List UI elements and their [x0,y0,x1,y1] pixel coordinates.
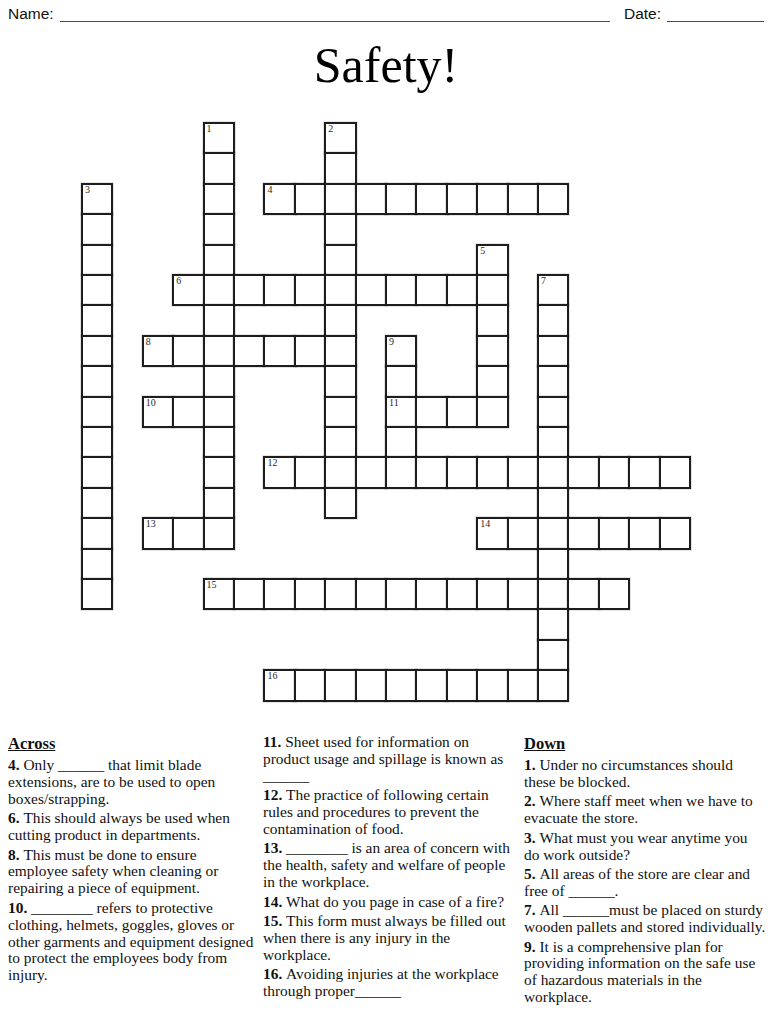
grid-cell[interactable] [203,487,235,519]
clue-number: 11 [389,397,399,408]
grid-cell[interactable] [537,578,569,610]
grid-cell[interactable] [476,669,508,701]
grid-cell[interactable] [537,183,569,215]
grid-cell[interactable] [203,426,235,458]
grid-cell[interactable] [476,335,508,367]
clue-across-15: 15. This form must always be filled out … [263,913,515,964]
clues-section: Across 4. Only ______ that limit blade e… [8,734,766,1009]
grid-cell[interactable] [385,669,417,701]
grid-cell[interactable] [415,578,447,610]
grid-cell[interactable] [415,456,447,488]
grid-cell[interactable] [203,213,235,245]
grid-cell[interactable] [537,456,569,488]
grid-cell[interactable] [537,335,569,367]
grid-cell[interactable] [537,548,569,580]
clue-number: 6 [176,275,181,286]
grid-cell[interactable] [628,517,660,549]
clue-number: 2 [328,123,333,134]
clue-number: 15 [207,579,217,590]
grid-cell[interactable] [537,304,569,336]
grid-cell[interactable]: 5 [476,244,508,276]
down-clues-column: Down 1. Under no circumstances should th… [524,734,766,1009]
grid-cell[interactable] [476,365,508,397]
across-clues-column-1: Across 4. Only ______ that limit blade e… [8,734,254,1009]
grid-cell[interactable] [81,517,113,549]
grid-cell[interactable] [659,517,691,549]
clue-across-16: 16. Avoiding injuries at the workplace t… [263,966,515,1000]
grid-cell[interactable] [324,244,356,276]
clue-across-10: 10. ________ refers to protective clothi… [8,900,254,985]
grid-cell[interactable] [507,183,539,215]
clue-number: 4 [267,184,272,195]
clue-across-4: 4. Only ______ that limit blade extensio… [8,757,254,808]
grid-cell[interactable] [81,335,113,367]
grid-cell[interactable]: 1 [203,122,235,154]
across-clues-column-2: 11. Sheet used for information on produc… [263,734,515,1009]
grid-cell[interactable] [355,183,387,215]
grid-cell[interactable] [385,578,417,610]
grid-cell[interactable]: 6 [172,274,204,306]
grid-cell[interactable] [476,396,508,428]
grid-cell[interactable] [81,244,113,276]
clue-number: 1 [207,123,212,134]
grid-cell[interactable] [81,578,113,610]
grid-cell[interactable] [476,456,508,488]
clue-number: 8 [146,336,151,347]
grid-cell[interactable] [507,669,539,701]
grid-cell[interactable] [324,213,356,245]
clue-number: 13 [146,518,156,529]
grid-cell[interactable]: 16 [263,669,295,701]
grid-cell[interactable] [415,669,447,701]
crossword-grid: 12345678910111213141516 [0,0,772,772]
grid-cell[interactable] [659,456,691,488]
grid-cell[interactable] [567,456,599,488]
grid-cell[interactable] [355,669,387,701]
grid-cell[interactable] [294,578,326,610]
grid-cell[interactable] [598,578,630,610]
grid-cell[interactable] [81,213,113,245]
grid-cell[interactable] [324,396,356,428]
grid-cell[interactable] [233,335,265,367]
clue-across-14: 14. What do you page in case of a fire? [263,894,515,911]
grid-cell[interactable] [203,244,235,276]
grid-cell[interactable] [233,274,265,306]
grid-cell[interactable] [446,183,478,215]
grid-cell[interactable] [385,365,417,397]
grid-cell[interactable] [446,396,478,428]
grid-cell[interactable] [324,365,356,397]
grid-cell[interactable] [172,335,204,367]
grid-cell[interactable]: 12 [263,456,295,488]
clue-down-3: 3. What must you wear anytime you do wor… [524,830,766,864]
grid-cell[interactable] [294,335,326,367]
grid-cell[interactable] [507,578,539,610]
grid-cell[interactable]: 15 [203,578,235,610]
clue-across-6: 6. This should always be used when cutti… [8,810,254,844]
clue-number: 7 [541,275,546,286]
grid-cell[interactable] [324,335,356,367]
grid-cell[interactable] [324,456,356,488]
grid-cell[interactable] [263,274,295,306]
grid-cell[interactable] [203,396,235,428]
grid-cell[interactable] [446,456,478,488]
grid-cell[interactable] [628,456,660,488]
grid-cell[interactable] [294,274,326,306]
grid-cell[interactable]: 3 [81,183,113,215]
clue-number: 14 [480,518,490,529]
clue-number: 16 [267,670,277,681]
grid-cell[interactable] [81,365,113,397]
grid-cell[interactable] [537,517,569,549]
clue-number: 9 [389,336,394,347]
grid-cell[interactable] [172,396,204,428]
grid-cell[interactable] [537,396,569,428]
grid-cell[interactable] [203,365,235,397]
clue-across-8: 8. This must be done to ensure employee … [8,847,254,898]
grid-cell[interactable]: 2 [324,122,356,154]
grid-cell[interactable]: 13 [142,517,174,549]
clue-across-13: 13. ________ is an area of concern with … [263,840,515,891]
grid-cell[interactable]: 7 [537,274,569,306]
grid-cell[interactable] [324,487,356,519]
clue-number: 5 [480,245,485,256]
grid-cell[interactable] [81,396,113,428]
grid-cell[interactable] [537,639,569,671]
grid-cell[interactable]: 4 [263,183,295,215]
grid-cell[interactable] [294,456,326,488]
grid-cell[interactable] [385,426,417,458]
grid-cell[interactable] [446,578,478,610]
across-heading: Across [8,734,254,754]
grid-cell[interactable] [81,548,113,580]
grid-cell[interactable] [567,517,599,549]
grid-cell[interactable] [385,183,417,215]
grid-cell[interactable] [81,487,113,519]
grid-cell[interactable] [324,669,356,701]
grid-cell[interactable] [507,517,539,549]
grid-cell[interactable] [294,183,326,215]
grid-cell[interactable] [324,183,356,215]
grid-cell[interactable] [81,426,113,458]
grid-cell[interactable] [81,304,113,336]
grid-cell[interactable] [598,456,630,488]
grid-cell[interactable] [324,274,356,306]
grid-cell[interactable] [446,274,478,306]
clue-down-1: 1. Under no circumstances should these b… [524,757,766,791]
grid-cell[interactable] [355,456,387,488]
grid-cell[interactable] [385,274,417,306]
grid-cell[interactable]: 11 [385,396,417,428]
grid-cell[interactable] [203,152,235,184]
grid-cell[interactable]: 8 [142,335,174,367]
grid-cell[interactable]: 14 [476,517,508,549]
grid-cell[interactable] [324,578,356,610]
grid-cell[interactable] [263,578,295,610]
grid-cell[interactable] [507,456,539,488]
grid-cell[interactable] [598,517,630,549]
grid-cell[interactable] [415,396,447,428]
grid-cell[interactable] [203,304,235,336]
grid-cell[interactable] [537,669,569,701]
clue-number: 10 [146,397,156,408]
down-heading: Down [524,734,766,754]
grid-cell[interactable] [415,183,447,215]
grid-cell[interactable] [476,183,508,215]
grid-cell[interactable] [324,152,356,184]
grid-cell[interactable] [385,456,417,488]
clue-down-5: 5. All areas of the store are clear and … [524,866,766,900]
clue-down-9: 9. It is a comprehensive plan for provid… [524,939,766,1007]
grid-cell[interactable] [446,669,478,701]
grid-cell[interactable]: 10 [142,396,174,428]
grid-cell[interactable] [567,578,599,610]
clue-down-2: 2. Where staff meet when we have to evac… [524,793,766,827]
grid-cell[interactable] [537,365,569,397]
grid-cell[interactable] [294,669,326,701]
clue-across-11: 11. Sheet used for information on produc… [263,734,515,785]
grid-cell[interactable] [203,335,235,367]
grid-cell[interactable] [537,426,569,458]
grid-cell[interactable] [537,487,569,519]
grid-cell[interactable] [476,274,508,306]
grid-cell[interactable]: 9 [385,335,417,367]
clue-across-12: 12. The practice of following certain ru… [263,787,515,838]
grid-cell[interactable] [203,183,235,215]
grid-cell[interactable] [324,426,356,458]
grid-cell[interactable] [537,608,569,640]
grid-cell[interactable] [81,274,113,306]
grid-cell[interactable] [476,578,508,610]
grid-cell[interactable] [355,274,387,306]
grid-cell[interactable] [203,517,235,549]
grid-cell[interactable] [172,517,204,549]
grid-cell[interactable] [203,274,235,306]
grid-cell[interactable] [203,456,235,488]
grid-cell[interactable] [355,578,387,610]
clue-number: 3 [85,184,90,195]
grid-cell[interactable] [263,335,295,367]
clue-number: 12 [267,457,277,468]
grid-cell[interactable] [415,274,447,306]
grid-cell[interactable] [81,456,113,488]
grid-cell[interactable] [324,304,356,336]
grid-cell[interactable] [476,304,508,336]
clue-down-7: 7. All ______must be placed on sturdy wo… [524,902,766,936]
grid-cell[interactable] [233,578,265,610]
